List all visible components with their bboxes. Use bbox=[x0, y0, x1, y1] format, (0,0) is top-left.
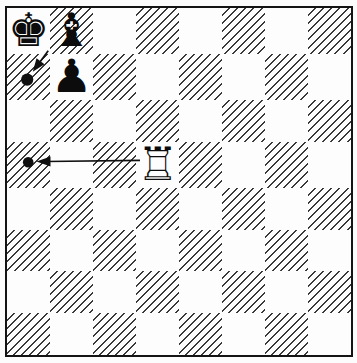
square-f8 bbox=[222, 8, 265, 54]
square-h8 bbox=[308, 8, 351, 54]
square-h5 bbox=[308, 142, 351, 188]
square-d1 bbox=[136, 313, 179, 355]
piece-black-pawn: ♟ bbox=[51, 53, 92, 99]
square-c7 bbox=[93, 54, 136, 100]
square-c2 bbox=[93, 271, 136, 313]
square-d8 bbox=[136, 8, 179, 54]
square-f7 bbox=[222, 54, 265, 100]
square-e3 bbox=[179, 230, 222, 272]
square-g8 bbox=[265, 8, 308, 54]
square-b6 bbox=[50, 100, 93, 142]
square-c5 bbox=[93, 142, 136, 188]
square-g2 bbox=[265, 271, 308, 313]
square-d3 bbox=[136, 230, 179, 272]
square-c3 bbox=[93, 230, 136, 272]
chess-diagram-page: { "game": "chess", "diagram_type": "prin… bbox=[0, 0, 357, 363]
square-d5: ♖ bbox=[136, 142, 179, 188]
square-f3 bbox=[222, 230, 265, 272]
square-d2 bbox=[136, 271, 179, 313]
square-f2 bbox=[222, 271, 265, 313]
square-g5 bbox=[265, 142, 308, 188]
square-h2 bbox=[308, 271, 351, 313]
square-a5 bbox=[7, 142, 50, 188]
square-b8: ♝ bbox=[50, 8, 93, 54]
square-h6 bbox=[308, 100, 351, 142]
square-b1 bbox=[50, 313, 93, 355]
square-a7 bbox=[7, 54, 50, 100]
square-e7 bbox=[179, 54, 222, 100]
square-d4 bbox=[136, 188, 179, 230]
square-d6 bbox=[136, 100, 179, 142]
square-a8: ♚ bbox=[7, 8, 50, 54]
square-b5 bbox=[50, 142, 93, 188]
square-e1 bbox=[179, 313, 222, 355]
square-h4 bbox=[308, 188, 351, 230]
square-h7 bbox=[308, 54, 351, 100]
square-g7 bbox=[265, 54, 308, 100]
square-c4 bbox=[93, 188, 136, 230]
square-g1 bbox=[265, 313, 308, 355]
square-a2 bbox=[7, 271, 50, 313]
chess-board: ♚♝♟♖ bbox=[5, 6, 353, 357]
square-d7 bbox=[136, 54, 179, 100]
square-c6 bbox=[93, 100, 136, 142]
square-b7: ♟ bbox=[50, 54, 93, 100]
square-e4 bbox=[179, 188, 222, 230]
square-b4 bbox=[50, 188, 93, 230]
square-g6 bbox=[265, 100, 308, 142]
square-f4 bbox=[222, 188, 265, 230]
square-c1 bbox=[93, 313, 136, 355]
square-e8 bbox=[179, 8, 222, 54]
square-g4 bbox=[265, 188, 308, 230]
square-f5 bbox=[222, 142, 265, 188]
piece-black-king: ♚ bbox=[8, 7, 49, 53]
square-a1 bbox=[7, 313, 50, 355]
square-g3 bbox=[265, 230, 308, 272]
square-e5 bbox=[179, 142, 222, 188]
square-a4 bbox=[7, 188, 50, 230]
square-e6 bbox=[179, 100, 222, 142]
square-c8 bbox=[93, 8, 136, 54]
square-f6 bbox=[222, 100, 265, 142]
square-a3 bbox=[7, 230, 50, 272]
square-a6 bbox=[7, 100, 50, 142]
square-b2 bbox=[50, 271, 93, 313]
square-e2 bbox=[179, 271, 222, 313]
square-h3 bbox=[308, 230, 351, 272]
square-h1 bbox=[308, 313, 351, 355]
piece-black-bishop: ♝ bbox=[51, 7, 92, 53]
square-f1 bbox=[222, 313, 265, 355]
square-b3 bbox=[50, 230, 93, 272]
piece-white-rook: ♖ bbox=[137, 141, 178, 187]
